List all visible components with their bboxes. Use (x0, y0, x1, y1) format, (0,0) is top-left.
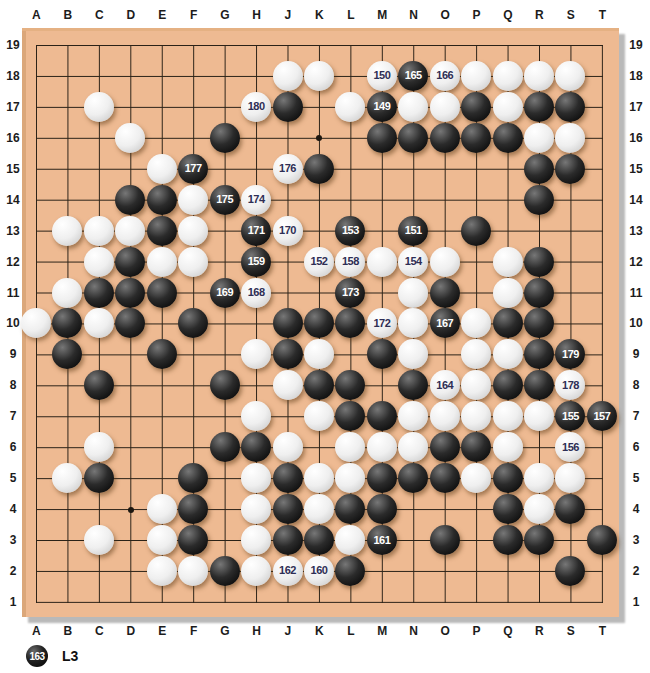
black-stone-R8 (524, 370, 554, 400)
coordinate-label: 3 (625, 533, 647, 548)
white-stone-E15 (147, 154, 177, 184)
black-stone-M5 (367, 463, 397, 493)
move-number: 180 (248, 101, 265, 112)
coordinate-label: D (120, 8, 142, 23)
move-number: 174 (248, 194, 265, 205)
black-stone-P16 (461, 123, 491, 153)
white-stone-Q9 (493, 339, 523, 369)
coordinate-label: 17 (625, 100, 647, 115)
white-stone-L12: 158 (335, 247, 365, 277)
coordinate-label: 14 (2, 193, 24, 208)
white-stone-C6 (84, 432, 114, 462)
white-stone-M12 (367, 247, 397, 277)
coordinate-label: 18 (2, 69, 24, 84)
white-stone-C10 (84, 308, 114, 338)
coordinate-label: 12 (625, 255, 647, 270)
move-number: 169 (216, 287, 233, 298)
caption: 163 L3 (26, 644, 78, 668)
black-stone-Q10 (493, 308, 523, 338)
black-stone-H13: 171 (241, 216, 271, 246)
black-stone-Q4 (493, 494, 523, 524)
move-number: 171 (248, 225, 265, 236)
star-point (316, 135, 322, 141)
black-stone-M4 (367, 494, 397, 524)
coordinate-label: A (25, 8, 47, 23)
coordinate-label: 1 (625, 595, 647, 610)
white-stone-N17 (398, 92, 428, 122)
coordinate-label: 7 (2, 409, 24, 424)
move-number: 162 (279, 565, 296, 576)
move-number: 157 (593, 411, 610, 422)
coordinate-label: 11 (625, 286, 647, 301)
move-number: 175 (216, 194, 233, 205)
coordinate-label: 8 (625, 378, 647, 393)
black-stone-N5 (398, 463, 428, 493)
black-stone-O5 (430, 463, 460, 493)
coordinate-label: 17 (2, 100, 24, 115)
black-stone-D12 (115, 247, 145, 277)
black-stone-R15 (524, 154, 554, 184)
black-stone-M7 (367, 401, 397, 431)
coordinate-label: 13 (2, 224, 24, 239)
coordinate-label: T (591, 8, 613, 23)
coordinate-label: F (183, 624, 205, 639)
white-stone-S6: 156 (555, 432, 585, 462)
white-stone-J18 (273, 61, 303, 91)
coordinate-label: B (57, 8, 79, 23)
coordinate-label: 14 (625, 193, 647, 208)
black-stone-N8 (398, 370, 428, 400)
black-stone-P6 (461, 432, 491, 462)
coordinate-label: 16 (2, 131, 24, 146)
black-stone-J3 (273, 525, 303, 555)
move-number: 151 (405, 225, 422, 236)
move-number: 152 (311, 256, 328, 267)
black-stone-F15: 177 (178, 154, 208, 184)
white-stone-O8: 164 (430, 370, 460, 400)
black-stone-L7 (335, 401, 365, 431)
white-stone-Q17 (493, 92, 523, 122)
move-number: 161 (373, 535, 390, 546)
white-stone-S18 (555, 61, 585, 91)
coordinate-label: 13 (625, 224, 647, 239)
white-stone-H4 (241, 494, 271, 524)
white-stone-N10 (398, 308, 428, 338)
coordinate-label: 1 (2, 595, 24, 610)
white-stone-H11: 168 (241, 278, 271, 308)
black-stone-Q8 (493, 370, 523, 400)
white-stone-H7 (241, 401, 271, 431)
white-stone-O7 (430, 401, 460, 431)
black-stone-F5 (178, 463, 208, 493)
black-stone-T7: 157 (587, 401, 617, 431)
black-stone-L10 (335, 308, 365, 338)
black-stone-K10 (304, 308, 334, 338)
coordinate-label: O (434, 624, 456, 639)
coordinate-label: N (403, 624, 425, 639)
white-stone-P7 (461, 401, 491, 431)
white-stone-P8 (461, 370, 491, 400)
white-stone-B5 (52, 463, 82, 493)
black-stone-R17 (524, 92, 554, 122)
coordinate-label: M (371, 624, 393, 639)
coordinate-label: H (245, 624, 267, 639)
move-number: 149 (373, 101, 390, 112)
white-stone-S16 (555, 123, 585, 153)
white-stone-Q7 (493, 401, 523, 431)
board-grid: 1501651661801491771761751741711701531511… (36, 45, 603, 603)
coordinate-label: K (308, 8, 330, 23)
white-stone-K4 (304, 494, 334, 524)
black-stone-O3 (430, 525, 460, 555)
caption-move-number: 163 (29, 651, 44, 662)
white-stone-N7 (398, 401, 428, 431)
move-number: 168 (248, 287, 265, 298)
white-stone-K9 (304, 339, 334, 369)
coordinate-label: 10 (2, 316, 24, 331)
black-stone-F4 (178, 494, 208, 524)
black-stone-S17 (555, 92, 585, 122)
black-stone-E11 (147, 278, 177, 308)
black-stone-L4 (335, 494, 365, 524)
coordinate-label: C (88, 8, 110, 23)
black-stone-L11: 173 (335, 278, 365, 308)
coordinate-label: 6 (2, 440, 24, 455)
white-stone-K2: 160 (304, 556, 334, 586)
coordinate-label: G (214, 8, 236, 23)
move-number: 158 (342, 256, 359, 267)
black-stone-M17: 149 (367, 92, 397, 122)
white-stone-M6 (367, 432, 397, 462)
black-stone-N13: 151 (398, 216, 428, 246)
black-stone-D11 (115, 278, 145, 308)
black-stone-S2 (555, 556, 585, 586)
black-stone-J4 (273, 494, 303, 524)
white-stone-Q11 (493, 278, 523, 308)
go-kifu-diagram: 1501651661801491771761751741711701531511… (0, 0, 650, 673)
black-stone-E13 (147, 216, 177, 246)
black-stone-S7: 155 (555, 401, 585, 431)
white-stone-M10: 172 (367, 308, 397, 338)
white-stone-R16 (524, 123, 554, 153)
black-stone-R14 (524, 185, 554, 215)
white-stone-N6 (398, 432, 428, 462)
move-number: 172 (373, 318, 390, 329)
black-stone-T3 (587, 525, 617, 555)
black-stone-R3 (524, 525, 554, 555)
black-stone-G2 (210, 556, 240, 586)
black-stone-J17 (273, 92, 303, 122)
black-stone-J10 (273, 308, 303, 338)
white-stone-K12: 152 (304, 247, 334, 277)
coordinate-label: S (560, 8, 582, 23)
coordinate-label: H (245, 8, 267, 23)
black-stone-P13 (461, 216, 491, 246)
white-stone-K5 (304, 463, 334, 493)
white-stone-A10 (21, 308, 51, 338)
black-stone-K8 (304, 370, 334, 400)
white-stone-C17 (84, 92, 114, 122)
black-stone-B10 (52, 308, 82, 338)
caption-location: L3 (62, 648, 78, 664)
coordinate-label: 9 (2, 347, 24, 362)
white-stone-Q6 (493, 432, 523, 462)
coordinate-label: E (151, 624, 173, 639)
black-stone-Q5 (493, 463, 523, 493)
white-stone-H17: 180 (241, 92, 271, 122)
move-number: 166 (436, 70, 453, 81)
coordinate-label: 4 (625, 502, 647, 517)
black-stone-N16 (398, 123, 428, 153)
white-stone-L17 (335, 92, 365, 122)
coordinate-label: T (591, 624, 613, 639)
white-stone-P18 (461, 61, 491, 91)
white-stone-J6 (273, 432, 303, 462)
coordinate-label: 7 (625, 409, 647, 424)
coordinate-label: J (277, 8, 299, 23)
white-stone-L6 (335, 432, 365, 462)
white-stone-L5 (335, 463, 365, 493)
black-stone-Q16 (493, 123, 523, 153)
white-stone-F2 (178, 556, 208, 586)
board-edge-top (22, 28, 619, 31)
black-stone-R11 (524, 278, 554, 308)
coordinate-label: L (340, 8, 362, 23)
coordinate-label: 15 (2, 162, 24, 177)
white-stone-L3 (335, 525, 365, 555)
black-stone-S4 (555, 494, 585, 524)
coordinate-label: S (560, 624, 582, 639)
black-stone-P17 (461, 92, 491, 122)
coordinate-label: 10 (625, 316, 647, 331)
white-stone-J2: 162 (273, 556, 303, 586)
black-stone-D14 (115, 185, 145, 215)
black-stone-G16 (210, 123, 240, 153)
white-stone-Q18 (493, 61, 523, 91)
coordinate-label: M (371, 8, 393, 23)
black-stone-E9 (147, 339, 177, 369)
move-number: 177 (185, 163, 202, 174)
coordinate-label: K (308, 624, 330, 639)
white-stone-S5 (555, 463, 585, 493)
coordinate-label: 19 (625, 38, 647, 53)
move-number: 167 (436, 318, 453, 329)
coordinate-label: 3 (2, 533, 24, 548)
coordinate-label: E (151, 8, 173, 23)
black-stone-M3: 161 (367, 525, 397, 555)
black-stone-E14 (147, 185, 177, 215)
black-stone-L8 (335, 370, 365, 400)
white-stone-C3 (84, 525, 114, 555)
white-stone-C13 (84, 216, 114, 246)
coordinate-label: R (528, 8, 550, 23)
coordinate-label: 19 (2, 38, 24, 53)
black-stone-C8 (84, 370, 114, 400)
black-stone-O10: 167 (430, 308, 460, 338)
white-stone-N9 (398, 339, 428, 369)
black-stone-S9: 179 (555, 339, 585, 369)
white-stone-B13 (52, 216, 82, 246)
black-stone-R12 (524, 247, 554, 277)
coordinate-label: P (466, 624, 488, 639)
go-board: 1501651661801491771761751741711701531511… (22, 28, 619, 617)
caption-black-stone: 163 (26, 645, 48, 667)
black-stone-L2 (335, 556, 365, 586)
white-stone-O18: 166 (430, 61, 460, 91)
white-stone-C12 (84, 247, 114, 277)
star-point (128, 507, 134, 513)
white-stone-M18: 150 (367, 61, 397, 91)
coordinate-label: D (120, 624, 142, 639)
white-stone-B11 (52, 278, 82, 308)
white-stone-E2 (147, 556, 177, 586)
coordinate-label: 11 (2, 286, 24, 301)
coordinate-label: 2 (625, 564, 647, 579)
black-stone-S15 (555, 154, 585, 184)
black-stone-K15 (304, 154, 334, 184)
coordinate-label: A (25, 624, 47, 639)
white-stone-R4 (524, 494, 554, 524)
black-stone-F10 (178, 308, 208, 338)
white-stone-D16 (115, 123, 145, 153)
black-stone-G11: 169 (210, 278, 240, 308)
white-stone-N11 (398, 278, 428, 308)
move-number: 178 (562, 380, 579, 391)
black-stone-M9 (367, 339, 397, 369)
white-stone-O17 (430, 92, 460, 122)
coordinate-label: 8 (2, 378, 24, 393)
white-stone-O12 (430, 247, 460, 277)
black-stone-O6 (430, 432, 460, 462)
white-stone-S8: 178 (555, 370, 585, 400)
move-number: 153 (342, 225, 359, 236)
move-number: 179 (562, 349, 579, 360)
black-stone-O11 (430, 278, 460, 308)
coordinate-label: L (340, 624, 362, 639)
black-stone-G14: 175 (210, 185, 240, 215)
move-number: 154 (405, 256, 422, 267)
move-number: 159 (248, 256, 265, 267)
white-stone-F14 (178, 185, 208, 215)
white-stone-R7 (524, 401, 554, 431)
white-stone-K18 (304, 61, 334, 91)
black-stone-G6 (210, 432, 240, 462)
black-stone-M16 (367, 123, 397, 153)
white-stone-R5 (524, 463, 554, 493)
coordinate-label: 6 (625, 440, 647, 455)
black-stone-G8 (210, 370, 240, 400)
coordinate-label: Q (497, 624, 519, 639)
move-number: 173 (342, 287, 359, 298)
black-stone-C5 (84, 463, 114, 493)
black-stone-K3 (304, 525, 334, 555)
coordinate-label: R (528, 624, 550, 639)
white-stone-H5 (241, 463, 271, 493)
white-stone-P9 (461, 339, 491, 369)
coordinate-label: C (88, 624, 110, 639)
white-stone-E12 (147, 247, 177, 277)
coordinate-label: B (57, 624, 79, 639)
white-stone-J8 (273, 370, 303, 400)
white-stone-D13 (115, 216, 145, 246)
black-stone-F3 (178, 525, 208, 555)
black-stone-Q3 (493, 525, 523, 555)
move-number: 155 (562, 411, 579, 422)
white-stone-E3 (147, 525, 177, 555)
white-stone-H3 (241, 525, 271, 555)
white-stone-H9 (241, 339, 271, 369)
white-stone-F13 (178, 216, 208, 246)
move-number: 160 (311, 565, 328, 576)
coordinate-label: J (277, 624, 299, 639)
coordinate-label: O (434, 8, 456, 23)
coordinate-label: G (214, 624, 236, 639)
coordinate-label: P (466, 8, 488, 23)
black-stone-R10 (524, 308, 554, 338)
white-stone-F12 (178, 247, 208, 277)
white-stone-P5 (461, 463, 491, 493)
coordinate-label: 2 (2, 564, 24, 579)
black-stone-H6 (241, 432, 271, 462)
white-stone-Q12 (493, 247, 523, 277)
coordinate-label: 5 (2, 471, 24, 486)
white-stone-K7 (304, 401, 334, 431)
white-stone-R18 (524, 61, 554, 91)
coordinate-label: 5 (625, 471, 647, 486)
black-stone-D10 (115, 308, 145, 338)
move-number: 150 (373, 70, 390, 81)
move-number: 164 (436, 380, 453, 391)
black-stone-C11 (84, 278, 114, 308)
coordinate-label: N (403, 8, 425, 23)
move-number: 176 (279, 163, 296, 174)
white-stone-J13: 170 (273, 216, 303, 246)
black-stone-R9 (524, 339, 554, 369)
black-stone-H12: 159 (241, 247, 271, 277)
black-stone-O16 (430, 123, 460, 153)
white-stone-J15: 176 (273, 154, 303, 184)
coordinate-label: 18 (625, 69, 647, 84)
coordinate-label: 9 (625, 347, 647, 362)
coordinate-label: 12 (2, 255, 24, 270)
move-number: 165 (405, 70, 422, 81)
coordinate-label: 4 (2, 502, 24, 517)
white-stone-N12: 154 (398, 247, 428, 277)
move-number: 170 (279, 225, 296, 236)
coordinate-label: 15 (625, 162, 647, 177)
black-stone-J9 (273, 339, 303, 369)
move-number: 156 (562, 442, 579, 453)
black-stone-B9 (52, 339, 82, 369)
white-stone-E4 (147, 494, 177, 524)
black-stone-L13: 153 (335, 216, 365, 246)
coordinate-label: 16 (625, 131, 647, 146)
black-stone-N18: 165 (398, 61, 428, 91)
white-stone-P10 (461, 308, 491, 338)
white-stone-H14: 174 (241, 185, 271, 215)
black-stone-J5 (273, 463, 303, 493)
coordinate-label: F (183, 8, 205, 23)
white-stone-H2 (241, 556, 271, 586)
coordinate-label: Q (497, 8, 519, 23)
